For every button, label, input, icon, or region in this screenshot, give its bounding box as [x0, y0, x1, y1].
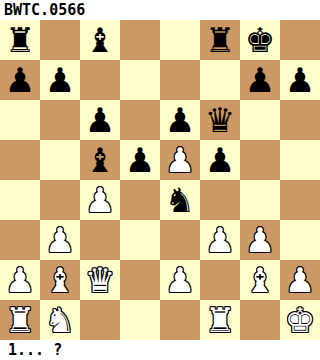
status-bar: 1... ? [0, 340, 320, 360]
square-h7[interactable]: ♟ [280, 60, 320, 100]
square-g7[interactable]: ♟ [240, 60, 280, 100]
square-f5[interactable]: ♟ [200, 140, 240, 180]
square-c7[interactable] [80, 60, 120, 100]
square-c5[interactable]: ♝ [80, 140, 120, 180]
square-b2[interactable]: ♝ [40, 260, 80, 300]
square-h5[interactable] [280, 140, 320, 180]
white-pawn: ♟ [165, 140, 195, 180]
black-pawn: ♟ [45, 60, 75, 100]
square-f1[interactable]: ♜ [200, 300, 240, 340]
square-g6[interactable] [240, 100, 280, 140]
black-rook: ♜ [205, 20, 235, 60]
square-a4[interactable] [0, 180, 40, 220]
square-b5[interactable] [40, 140, 80, 180]
black-queen: ♛ [205, 100, 235, 140]
square-d8[interactable] [120, 20, 160, 60]
square-a6[interactable] [0, 100, 40, 140]
black-pawn: ♟ [205, 140, 235, 180]
square-e4[interactable]: ♞ [160, 180, 200, 220]
square-g8[interactable]: ♚ [240, 20, 280, 60]
square-b1[interactable]: ♞ [40, 300, 80, 340]
square-b7[interactable]: ♟ [40, 60, 80, 100]
square-d1[interactable] [120, 300, 160, 340]
black-pawn: ♟ [285, 60, 315, 100]
square-a8[interactable]: ♜ [0, 20, 40, 60]
square-a1[interactable]: ♜ [0, 300, 40, 340]
square-h4[interactable] [280, 180, 320, 220]
black-pawn: ♟ [85, 100, 115, 140]
square-d7[interactable] [120, 60, 160, 100]
white-rook: ♜ [5, 300, 35, 340]
square-g5[interactable] [240, 140, 280, 180]
black-bishop: ♝ [85, 140, 115, 180]
square-d3[interactable] [120, 220, 160, 260]
black-pawn: ♟ [165, 100, 195, 140]
square-e1[interactable] [160, 300, 200, 340]
square-d6[interactable] [120, 100, 160, 140]
square-f7[interactable] [200, 60, 240, 100]
square-a3[interactable] [0, 220, 40, 260]
square-e3[interactable] [160, 220, 200, 260]
square-h6[interactable] [280, 100, 320, 140]
square-d5[interactable]: ♟ [120, 140, 160, 180]
square-c4[interactable]: ♟ [80, 180, 120, 220]
square-e2[interactable]: ♟ [160, 260, 200, 300]
square-g2[interactable]: ♝ [240, 260, 280, 300]
white-pawn: ♟ [245, 220, 275, 260]
square-h1[interactable]: ♚ [280, 300, 320, 340]
square-e7[interactable] [160, 60, 200, 100]
white-pawn: ♟ [165, 260, 195, 300]
square-g3[interactable]: ♟ [240, 220, 280, 260]
square-d2[interactable] [120, 260, 160, 300]
white-pawn: ♟ [85, 180, 115, 220]
square-g4[interactable] [240, 180, 280, 220]
square-c6[interactable]: ♟ [80, 100, 120, 140]
white-king: ♚ [285, 300, 315, 340]
square-c8[interactable]: ♝ [80, 20, 120, 60]
square-f4[interactable] [200, 180, 240, 220]
black-pawn: ♟ [125, 140, 155, 180]
white-pawn: ♟ [205, 220, 235, 260]
square-h3[interactable] [280, 220, 320, 260]
white-pawn: ♟ [5, 260, 35, 300]
black-pawn: ♟ [5, 60, 35, 100]
white-pawn: ♟ [285, 260, 315, 300]
title-bar: BWTC.0566 [0, 0, 320, 20]
white-rook: ♜ [205, 300, 235, 340]
square-b4[interactable] [40, 180, 80, 220]
square-f3[interactable]: ♟ [200, 220, 240, 260]
move-prompt: 1... ? [8, 341, 62, 359]
square-f8[interactable]: ♜ [200, 20, 240, 60]
square-a7[interactable]: ♟ [0, 60, 40, 100]
square-e6[interactable]: ♟ [160, 100, 200, 140]
square-h8[interactable] [280, 20, 320, 60]
white-bishop: ♝ [245, 260, 275, 300]
square-a2[interactable]: ♟ [0, 260, 40, 300]
black-knight: ♞ [165, 180, 195, 220]
white-bishop: ♝ [45, 260, 75, 300]
square-c3[interactable] [80, 220, 120, 260]
chess-board: ♜♝♜♚♟♟♟♟♟♟♛♝♟♟♟♟♞♟♟♟♟♝♛♟♝♟♜♞♜♚ [0, 20, 320, 340]
square-f6[interactable]: ♛ [200, 100, 240, 140]
square-c1[interactable] [80, 300, 120, 340]
black-rook: ♜ [5, 20, 35, 60]
black-bishop: ♝ [85, 20, 115, 60]
black-pawn: ♟ [245, 60, 275, 100]
square-g1[interactable] [240, 300, 280, 340]
white-knight: ♞ [45, 300, 75, 340]
square-e8[interactable] [160, 20, 200, 60]
square-b3[interactable]: ♟ [40, 220, 80, 260]
square-a5[interactable] [0, 140, 40, 180]
square-e5[interactable]: ♟ [160, 140, 200, 180]
square-d4[interactable] [120, 180, 160, 220]
puzzle-id: BWTC.0566 [4, 1, 85, 19]
white-pawn: ♟ [45, 220, 75, 260]
white-queen: ♛ [85, 260, 115, 300]
square-f2[interactable] [200, 260, 240, 300]
square-h2[interactable]: ♟ [280, 260, 320, 300]
black-king: ♚ [245, 20, 275, 60]
square-b8[interactable] [40, 20, 80, 60]
square-c2[interactable]: ♛ [80, 260, 120, 300]
square-b6[interactable] [40, 100, 80, 140]
